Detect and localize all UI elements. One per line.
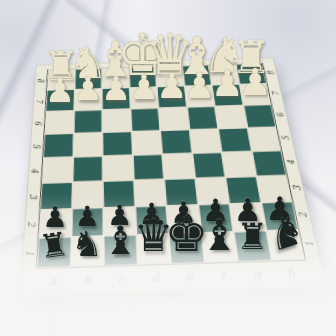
square-c6 bbox=[102, 109, 131, 132]
rank-label-left-1: 1 bbox=[12, 247, 47, 260]
rank-label-left-8: 8 bbox=[27, 76, 56, 85]
square-f7 bbox=[184, 85, 215, 107]
file-label-top-a: a bbox=[48, 64, 75, 70]
square-b6 bbox=[73, 110, 102, 133]
square-c1 bbox=[104, 235, 138, 266]
square-b4 bbox=[72, 156, 103, 182]
file-label-top-d: d bbox=[128, 61, 155, 67]
square-g2 bbox=[229, 203, 266, 232]
file-label-g: g bbox=[238, 261, 276, 288]
square-d5 bbox=[131, 131, 162, 156]
square-e4 bbox=[162, 153, 195, 179]
square-e1 bbox=[169, 233, 205, 264]
vinyl-board-mat: abcdefgh abcdefgh 87654321 87654321 bbox=[19, 58, 327, 297]
file-label-top-g: g bbox=[208, 59, 236, 65]
chessboard: abcdefgh abcdefgh 87654321 87654321 bbox=[9, 0, 327, 297]
square-b2 bbox=[71, 208, 103, 237]
file-label-h: h bbox=[271, 260, 310, 287]
square-c4 bbox=[103, 155, 134, 181]
file-label-d: d bbox=[137, 264, 173, 291]
square-d4 bbox=[132, 154, 164, 180]
file-label-f: f bbox=[204, 262, 241, 289]
marble-background: abcdefgh abcdefgh 87654321 87654321 ♜♞♝♚… bbox=[0, 0, 336, 336]
rank-label-left-6: 6 bbox=[23, 118, 53, 128]
square-f2 bbox=[198, 204, 234, 233]
board-perspective-wrapper: abcdefgh abcdefgh 87654321 87654321 bbox=[9, 0, 327, 297]
square-f5 bbox=[189, 129, 221, 154]
square-g5 bbox=[218, 128, 251, 153]
square-e7 bbox=[157, 86, 187, 108]
square-b1 bbox=[70, 236, 104, 267]
square-b8 bbox=[74, 68, 101, 89]
square-d3 bbox=[134, 179, 167, 206]
rank-label-left-7: 7 bbox=[25, 96, 55, 105]
rank-label-right-8: 8 bbox=[256, 69, 286, 78]
square-f6 bbox=[187, 106, 219, 129]
square-c7 bbox=[102, 88, 130, 110]
square-f8 bbox=[182, 65, 212, 86]
square-b3 bbox=[72, 181, 104, 209]
square-d2 bbox=[135, 206, 169, 235]
rank-label-right-3: 3 bbox=[279, 183, 314, 194]
file-label-top-h: h bbox=[234, 58, 262, 64]
rank-label-right-2: 2 bbox=[285, 209, 321, 221]
square-d7 bbox=[129, 87, 158, 109]
square-g4 bbox=[222, 151, 256, 177]
square-d1 bbox=[136, 234, 171, 265]
square-c2 bbox=[103, 207, 136, 236]
square-g8 bbox=[209, 64, 239, 85]
rank-label-right-4: 4 bbox=[274, 157, 308, 168]
square-c8 bbox=[102, 68, 130, 89]
square-b7 bbox=[74, 89, 102, 111]
square-e3 bbox=[164, 178, 198, 205]
file-label-top-c: c bbox=[101, 62, 128, 68]
rank-label-right-6: 6 bbox=[264, 111, 296, 121]
file-label-top-f: f bbox=[181, 60, 208, 66]
square-c3 bbox=[103, 180, 135, 208]
square-g7 bbox=[212, 84, 243, 106]
square-g6 bbox=[215, 105, 247, 128]
rank-label-right-1: 1 bbox=[291, 238, 328, 251]
square-f3 bbox=[195, 177, 230, 204]
file-label-top-e: e bbox=[155, 60, 182, 66]
file-label-c: c bbox=[104, 265, 139, 292]
rank-label-left-2: 2 bbox=[15, 218, 49, 230]
square-g1 bbox=[234, 231, 272, 262]
square-g3 bbox=[225, 176, 260, 203]
square-e5 bbox=[160, 130, 192, 155]
square-e8 bbox=[155, 66, 184, 87]
square-b5 bbox=[73, 132, 103, 157]
rank-label-left-3: 3 bbox=[17, 191, 50, 202]
square-f1 bbox=[201, 232, 238, 263]
rank-label-right-5: 5 bbox=[269, 133, 302, 143]
file-label-e: e bbox=[171, 263, 208, 290]
file-label-top-b: b bbox=[75, 63, 102, 69]
file-label-b: b bbox=[70, 266, 104, 294]
rank-label-left-5: 5 bbox=[21, 141, 52, 151]
square-c5 bbox=[102, 131, 132, 156]
file-label-a: a bbox=[35, 267, 70, 295]
square-d6 bbox=[130, 108, 160, 131]
square-e2 bbox=[166, 205, 201, 234]
square-f4 bbox=[192, 152, 225, 178]
square-d8 bbox=[128, 67, 156, 88]
rank-label-right-7: 7 bbox=[260, 89, 291, 98]
square-e6 bbox=[158, 107, 189, 130]
rank-label-left-4: 4 bbox=[19, 165, 51, 176]
